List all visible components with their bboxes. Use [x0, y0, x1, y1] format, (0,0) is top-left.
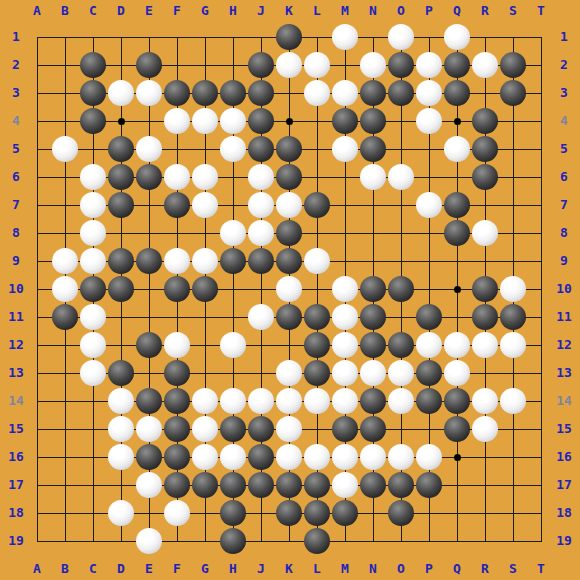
black-stone-M4[interactable]: [332, 108, 358, 134]
black-stone-D6[interactable]: [108, 164, 134, 190]
black-stone-O3[interactable]: [388, 80, 414, 106]
col-label-bottom-O: O: [387, 561, 415, 577]
white-stone-M11[interactable]: [332, 304, 358, 330]
star-point-Q16: [454, 454, 461, 461]
white-stone-L9[interactable]: [304, 248, 330, 274]
grid-line: [37, 541, 542, 542]
white-stone-M13[interactable]: [332, 360, 358, 386]
white-stone-E17[interactable]: [136, 472, 162, 498]
white-stone-H4[interactable]: [220, 108, 246, 134]
white-stone-N13[interactable]: [360, 360, 386, 386]
white-stone-O14[interactable]: [388, 388, 414, 414]
black-stone-P13[interactable]: [416, 360, 442, 386]
black-stone-G3[interactable]: [192, 80, 218, 106]
white-stone-E5[interactable]: [136, 136, 162, 162]
col-label-top-E: E: [135, 3, 163, 19]
black-stone-N5[interactable]: [360, 136, 386, 162]
white-stone-C8[interactable]: [80, 220, 106, 246]
black-stone-J4[interactable]: [248, 108, 274, 134]
black-stone-L12[interactable]: [304, 332, 330, 358]
black-stone-L18[interactable]: [304, 500, 330, 526]
white-stone-F18[interactable]: [164, 500, 190, 526]
white-stone-L14[interactable]: [304, 388, 330, 414]
black-stone-N11[interactable]: [360, 304, 386, 330]
white-stone-B5[interactable]: [52, 136, 78, 162]
star-point-K4: [286, 118, 293, 125]
col-label-bottom-E: E: [135, 561, 163, 577]
col-label-top-D: D: [107, 3, 135, 19]
white-stone-L3[interactable]: [304, 80, 330, 106]
white-stone-K13[interactable]: [276, 360, 302, 386]
black-stone-H3[interactable]: [220, 80, 246, 106]
black-stone-P14[interactable]: [416, 388, 442, 414]
col-label-bottom-H: H: [219, 561, 247, 577]
col-label-bottom-A: A: [23, 561, 51, 577]
white-stone-O6[interactable]: [388, 164, 414, 190]
black-stone-N15[interactable]: [360, 416, 386, 442]
col-label-bottom-Q: Q: [443, 561, 471, 577]
white-stone-J11[interactable]: [248, 304, 274, 330]
col-label-top-R: R: [471, 3, 499, 19]
black-stone-F16[interactable]: [164, 444, 190, 470]
black-stone-J17[interactable]: [248, 472, 274, 498]
row-label-left-1: 1: [0, 29, 32, 45]
col-label-top-C: C: [79, 3, 107, 19]
white-stone-K7[interactable]: [276, 192, 302, 218]
row-label-right-5: 5: [548, 141, 580, 157]
black-stone-F13[interactable]: [164, 360, 190, 386]
black-stone-J5[interactable]: [248, 136, 274, 162]
row-label-right-12: 12: [548, 337, 580, 353]
white-stone-C13[interactable]: [80, 360, 106, 386]
row-label-left-8: 8: [0, 225, 32, 241]
black-stone-E9[interactable]: [136, 248, 162, 274]
black-stone-H17[interactable]: [220, 472, 246, 498]
black-stone-O12[interactable]: [388, 332, 414, 358]
black-stone-C3[interactable]: [80, 80, 106, 106]
white-stone-O16[interactable]: [388, 444, 414, 470]
white-stone-K16[interactable]: [276, 444, 302, 470]
col-label-top-M: M: [331, 3, 359, 19]
black-stone-O18[interactable]: [388, 500, 414, 526]
black-stone-N3[interactable]: [360, 80, 386, 106]
white-stone-D15[interactable]: [108, 416, 134, 442]
white-stone-G16[interactable]: [192, 444, 218, 470]
white-stone-F4[interactable]: [164, 108, 190, 134]
black-stone-K17[interactable]: [276, 472, 302, 498]
col-label-bottom-S: S: [499, 561, 527, 577]
row-label-left-4: 4: [0, 113, 32, 129]
row-label-right-1: 1: [548, 29, 580, 45]
col-label-top-A: A: [23, 3, 51, 19]
black-stone-L17[interactable]: [304, 472, 330, 498]
row-label-right-15: 15: [548, 421, 580, 437]
white-stone-D14[interactable]: [108, 388, 134, 414]
black-stone-N17[interactable]: [360, 472, 386, 498]
black-stone-D13[interactable]: [108, 360, 134, 386]
black-stone-Q8[interactable]: [444, 220, 470, 246]
white-stone-C7[interactable]: [80, 192, 106, 218]
black-stone-D10[interactable]: [108, 276, 134, 302]
row-label-left-10: 10: [0, 281, 32, 297]
row-label-left-12: 12: [0, 337, 32, 353]
row-label-left-9: 9: [0, 253, 32, 269]
col-label-bottom-D: D: [107, 561, 135, 577]
col-label-bottom-L: L: [303, 561, 331, 577]
col-label-top-K: K: [275, 3, 303, 19]
grid-line: [541, 37, 542, 542]
white-stone-M14[interactable]: [332, 388, 358, 414]
white-stone-F12[interactable]: [164, 332, 190, 358]
white-stone-E15[interactable]: [136, 416, 162, 442]
black-stone-J2[interactable]: [248, 52, 274, 78]
white-stone-J14[interactable]: [248, 388, 274, 414]
black-stone-G17[interactable]: [192, 472, 218, 498]
black-stone-P17[interactable]: [416, 472, 442, 498]
white-stone-J6[interactable]: [248, 164, 274, 190]
white-stone-D3[interactable]: [108, 80, 134, 106]
white-stone-K14[interactable]: [276, 388, 302, 414]
black-stone-R5[interactable]: [472, 136, 498, 162]
black-stone-R6[interactable]: [472, 164, 498, 190]
white-stone-C11[interactable]: [80, 304, 106, 330]
col-label-top-Q: Q: [443, 3, 471, 19]
row-label-left-2: 2: [0, 57, 32, 73]
white-stone-P2[interactable]: [416, 52, 442, 78]
row-label-right-8: 8: [548, 225, 580, 241]
black-stone-Q7[interactable]: [444, 192, 470, 218]
row-label-left-15: 15: [0, 421, 32, 437]
col-label-bottom-T: T: [527, 561, 555, 577]
black-stone-F15[interactable]: [164, 416, 190, 442]
row-label-left-3: 3: [0, 85, 32, 101]
col-label-top-B: B: [51, 3, 79, 19]
white-stone-C12[interactable]: [80, 332, 106, 358]
row-label-left-6: 6: [0, 169, 32, 185]
black-stone-R11[interactable]: [472, 304, 498, 330]
white-stone-M1[interactable]: [332, 24, 358, 50]
black-stone-L13[interactable]: [304, 360, 330, 386]
col-label-bottom-K: K: [275, 561, 303, 577]
white-stone-F6[interactable]: [164, 164, 190, 190]
black-stone-R10[interactable]: [472, 276, 498, 302]
col-label-bottom-M: M: [331, 561, 359, 577]
black-stone-E14[interactable]: [136, 388, 162, 414]
black-stone-J3[interactable]: [248, 80, 274, 106]
white-stone-P16[interactable]: [416, 444, 442, 470]
white-stone-M3[interactable]: [332, 80, 358, 106]
black-stone-D7[interactable]: [108, 192, 134, 218]
white-stone-H5[interactable]: [220, 136, 246, 162]
white-stone-B10[interactable]: [52, 276, 78, 302]
black-stone-K11[interactable]: [276, 304, 302, 330]
row-label-right-14: 14: [548, 393, 580, 409]
col-label-top-L: L: [303, 3, 331, 19]
white-stone-G6[interactable]: [192, 164, 218, 190]
white-stone-R8[interactable]: [472, 220, 498, 246]
black-stone-N4[interactable]: [360, 108, 386, 134]
row-label-right-17: 17: [548, 477, 580, 493]
white-stone-R15[interactable]: [472, 416, 498, 442]
col-label-bottom-J: J: [247, 561, 275, 577]
row-label-left-18: 18: [0, 505, 32, 521]
black-stone-K1[interactable]: [276, 24, 302, 50]
col-label-top-G: G: [191, 3, 219, 19]
black-stone-K8[interactable]: [276, 220, 302, 246]
white-stone-N2[interactable]: [360, 52, 386, 78]
black-stone-D9[interactable]: [108, 248, 134, 274]
white-stone-E3[interactable]: [136, 80, 162, 106]
row-label-right-10: 10: [548, 281, 580, 297]
black-stone-P11[interactable]: [416, 304, 442, 330]
star-point-D4: [118, 118, 125, 125]
black-stone-J15[interactable]: [248, 416, 274, 442]
white-stone-R14[interactable]: [472, 388, 498, 414]
black-stone-L19[interactable]: [304, 528, 330, 554]
black-stone-R4[interactable]: [472, 108, 498, 134]
white-stone-P7[interactable]: [416, 192, 442, 218]
black-stone-E2[interactable]: [136, 52, 162, 78]
black-stone-K5[interactable]: [276, 136, 302, 162]
white-stone-C9[interactable]: [80, 248, 106, 274]
col-label-top-T: T: [527, 3, 555, 19]
white-stone-F9[interactable]: [164, 248, 190, 274]
black-stone-D5[interactable]: [108, 136, 134, 162]
row-label-right-19: 19: [548, 533, 580, 549]
white-stone-S12[interactable]: [500, 332, 526, 358]
black-stone-O2[interactable]: [388, 52, 414, 78]
black-stone-F7[interactable]: [164, 192, 190, 218]
white-stone-G15[interactable]: [192, 416, 218, 442]
black-stone-O10[interactable]: [388, 276, 414, 302]
col-label-bottom-P: P: [415, 561, 443, 577]
white-stone-N16[interactable]: [360, 444, 386, 470]
row-label-right-7: 7: [548, 197, 580, 213]
row-label-left-14: 14: [0, 393, 32, 409]
black-stone-C2[interactable]: [80, 52, 106, 78]
row-label-left-16: 16: [0, 449, 32, 465]
black-stone-N12[interactable]: [360, 332, 386, 358]
white-stone-P3[interactable]: [416, 80, 442, 106]
black-stone-K9[interactable]: [276, 248, 302, 274]
row-label-right-3: 3: [548, 85, 580, 101]
row-label-left-19: 19: [0, 533, 32, 549]
white-stone-R2[interactable]: [472, 52, 498, 78]
col-label-top-P: P: [415, 3, 443, 19]
col-label-bottom-G: G: [191, 561, 219, 577]
row-label-right-6: 6: [548, 169, 580, 185]
white-stone-H16[interactable]: [220, 444, 246, 470]
col-label-bottom-N: N: [359, 561, 387, 577]
black-stone-C10[interactable]: [80, 276, 106, 302]
white-stone-M10[interactable]: [332, 276, 358, 302]
black-stone-S3[interactable]: [500, 80, 526, 106]
white-stone-B9[interactable]: [52, 248, 78, 274]
white-stone-G4[interactable]: [192, 108, 218, 134]
col-label-top-J: J: [247, 3, 275, 19]
black-stone-Q14[interactable]: [444, 388, 470, 414]
row-label-right-9: 9: [548, 253, 580, 269]
row-label-left-13: 13: [0, 365, 32, 381]
black-stone-Q3[interactable]: [444, 80, 470, 106]
black-stone-Q2[interactable]: [444, 52, 470, 78]
white-stone-G9[interactable]: [192, 248, 218, 274]
black-stone-Q15[interactable]: [444, 416, 470, 442]
white-stone-H8[interactable]: [220, 220, 246, 246]
white-stone-M16[interactable]: [332, 444, 358, 470]
black-stone-K18[interactable]: [276, 500, 302, 526]
black-stone-L11[interactable]: [304, 304, 330, 330]
white-stone-K2[interactable]: [276, 52, 302, 78]
col-label-top-H: H: [219, 3, 247, 19]
black-stone-O17[interactable]: [388, 472, 414, 498]
col-label-bottom-R: R: [471, 561, 499, 577]
col-label-bottom-C: C: [79, 561, 107, 577]
col-label-top-N: N: [359, 3, 387, 19]
black-stone-M18[interactable]: [332, 500, 358, 526]
row-label-right-2: 2: [548, 57, 580, 73]
white-stone-L16[interactable]: [304, 444, 330, 470]
white-stone-P12[interactable]: [416, 332, 442, 358]
black-stone-S2[interactable]: [500, 52, 526, 78]
black-stone-H18[interactable]: [220, 500, 246, 526]
black-stone-N10[interactable]: [360, 276, 386, 302]
black-stone-E16[interactable]: [136, 444, 162, 470]
white-stone-G14[interactable]: [192, 388, 218, 414]
black-stone-F14[interactable]: [164, 388, 190, 414]
black-stone-B11[interactable]: [52, 304, 78, 330]
white-stone-J7[interactable]: [248, 192, 274, 218]
row-label-right-4: 4: [548, 113, 580, 129]
row-label-left-7: 7: [0, 197, 32, 213]
black-stone-E12[interactable]: [136, 332, 162, 358]
black-stone-H19[interactable]: [220, 528, 246, 554]
white-stone-Q1[interactable]: [444, 24, 470, 50]
black-stone-K6[interactable]: [276, 164, 302, 190]
col-label-top-F: F: [163, 3, 191, 19]
black-stone-C4[interactable]: [80, 108, 106, 134]
white-stone-K15[interactable]: [276, 416, 302, 442]
white-stone-M17[interactable]: [332, 472, 358, 498]
white-stone-O1[interactable]: [388, 24, 414, 50]
col-label-top-O: O: [387, 3, 415, 19]
row-label-right-16: 16: [548, 449, 580, 465]
row-label-left-11: 11: [0, 309, 32, 325]
row-label-left-5: 5: [0, 141, 32, 157]
white-stone-R12[interactable]: [472, 332, 498, 358]
white-stone-N6[interactable]: [360, 164, 386, 190]
white-stone-S14[interactable]: [500, 388, 526, 414]
black-stone-J9[interactable]: [248, 248, 274, 274]
black-stone-L7[interactable]: [304, 192, 330, 218]
black-stone-E6[interactable]: [136, 164, 162, 190]
white-stone-D16[interactable]: [108, 444, 134, 470]
black-stone-J16[interactable]: [248, 444, 274, 470]
white-stone-K10[interactable]: [276, 276, 302, 302]
black-stone-F3[interactable]: [164, 80, 190, 106]
black-stone-N14[interactable]: [360, 388, 386, 414]
col-label-bottom-F: F: [163, 561, 191, 577]
white-stone-J8[interactable]: [248, 220, 274, 246]
white-stone-Q5[interactable]: [444, 136, 470, 162]
black-stone-H15[interactable]: [220, 416, 246, 442]
white-stone-P4[interactable]: [416, 108, 442, 134]
white-stone-Q12[interactable]: [444, 332, 470, 358]
white-stone-M12[interactable]: [332, 332, 358, 358]
row-label-right-11: 11: [548, 309, 580, 325]
black-stone-G10[interactable]: [192, 276, 218, 302]
white-stone-O13[interactable]: [388, 360, 414, 386]
go-board[interactable]: ABCDEFGHJKLMNOPQRST ABCDEFGHJKLMNOPQRST …: [0, 0, 580, 580]
white-stone-E19[interactable]: [136, 528, 162, 554]
black-stone-S11[interactable]: [500, 304, 526, 330]
col-label-bottom-B: B: [51, 561, 79, 577]
black-stone-M15[interactable]: [332, 416, 358, 442]
star-point-Q10: [454, 286, 461, 293]
row-label-right-18: 18: [548, 505, 580, 521]
black-stone-F17[interactable]: [164, 472, 190, 498]
white-stone-D18[interactable]: [108, 500, 134, 526]
star-point-Q4: [454, 118, 461, 125]
row-label-left-17: 17: [0, 477, 32, 493]
black-stone-F10[interactable]: [164, 276, 190, 302]
white-stone-H12[interactable]: [220, 332, 246, 358]
white-stone-L2[interactable]: [304, 52, 330, 78]
white-stone-S10[interactable]: [500, 276, 526, 302]
col-label-top-S: S: [499, 3, 527, 19]
white-stone-C6[interactable]: [80, 164, 106, 190]
white-stone-H14[interactable]: [220, 388, 246, 414]
black-stone-H9[interactable]: [220, 248, 246, 274]
white-stone-Q13[interactable]: [444, 360, 470, 386]
row-label-right-13: 13: [548, 365, 580, 381]
white-stone-M5[interactable]: [332, 136, 358, 162]
white-stone-G7[interactable]: [192, 192, 218, 218]
